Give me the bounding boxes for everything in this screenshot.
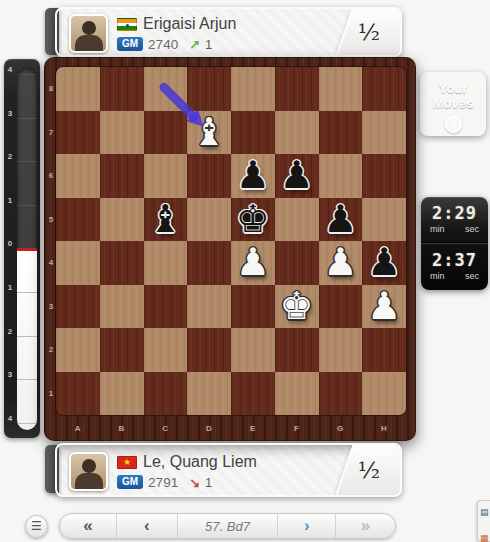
evaluation-bar: 432101234	[4, 59, 40, 438]
square-g2[interactable]	[319, 328, 363, 372]
top-clock-time: 2:29	[421, 203, 488, 223]
piece-white-pawn-g4[interactable]: ♟	[319, 241, 363, 285]
top-player-rating: 2740	[148, 37, 178, 52]
bottom-player-avatar	[69, 452, 108, 491]
clock-panel: 2:29 min sec 2:37 min sec	[421, 197, 488, 290]
square-g8[interactable]	[319, 67, 363, 111]
top-player-card: Erigaisi Arjun GM 2740 ↗ 1 ½	[55, 7, 402, 57]
square-d4[interactable]	[187, 241, 231, 285]
square-d8[interactable]	[187, 67, 231, 111]
square-b7[interactable]	[100, 111, 144, 155]
top-score-area: ½	[338, 9, 400, 55]
square-f5[interactable]	[275, 198, 319, 242]
vietnam-flag-icon: ★	[117, 456, 137, 469]
eval-tick	[17, 292, 37, 293]
square-a3[interactable]	[56, 285, 100, 329]
square-d3[interactable]	[187, 285, 231, 329]
piece-white-pawn-h3[interactable]: ♟	[362, 285, 406, 329]
evaluation-white-fill	[17, 251, 37, 430]
your-moves-label-line2: Moves	[420, 96, 486, 111]
square-a2[interactable]	[56, 328, 100, 372]
top-trend-value: 1	[205, 37, 212, 52]
board-icon[interactable]: ▦	[480, 534, 489, 542]
eval-tick	[17, 336, 37, 337]
square-h5[interactable]	[362, 198, 406, 242]
eval-scale-label: 4	[4, 65, 16, 74]
piece-black-pawn-e6[interactable]: ♟	[231, 154, 275, 198]
top-player-score: ½	[338, 9, 400, 55]
side-panel-strip: ▤ ▦	[477, 500, 490, 542]
eval-tick	[17, 205, 37, 206]
square-c4[interactable]	[144, 241, 188, 285]
bottom-player-rating: 2791	[148, 475, 178, 490]
bottom-clock-sec-label: sec	[465, 271, 479, 281]
bottom-trend-value: 1	[205, 475, 212, 490]
top-clock-min-label: min	[430, 224, 445, 234]
file-label-c: C	[144, 417, 188, 439]
square-b4[interactable]	[100, 241, 144, 285]
top-title-badge: GM	[117, 37, 143, 51]
file-label-f: F	[275, 417, 319, 439]
eval-scale-label: 3	[4, 109, 16, 118]
rank-label-7: 7	[46, 111, 56, 155]
top-player-clock: 2:29 min sec	[421, 197, 488, 243]
bottom-player-card: ★ Le, Quang Liem GM 2791 ↘ 1 ½	[55, 443, 402, 497]
prev-move-button[interactable]: ‹	[116, 514, 177, 538]
eval-tick	[17, 118, 37, 119]
square-c1[interactable]	[144, 372, 188, 416]
square-f4[interactable]	[275, 241, 319, 285]
rank-label-6: 6	[46, 154, 56, 198]
file-label-g: G	[319, 417, 363, 439]
square-c2[interactable]	[144, 328, 188, 372]
chess-board-frame: 87654321 ABCDEFGH ♝♟♟♝♚♟♟♟♟♚♟	[44, 57, 416, 441]
square-c3[interactable]	[144, 285, 188, 329]
rank-label-8: 8	[46, 67, 56, 111]
piece-black-pawn-h4[interactable]: ♟	[362, 241, 406, 285]
bottom-clock-time: 2:37	[421, 250, 488, 270]
eval-tick	[17, 74, 37, 75]
square-d5[interactable]	[187, 198, 231, 242]
square-g7[interactable]	[319, 111, 363, 155]
bottom-player-clock: 2:37 min sec	[421, 243, 488, 289]
last-move-button[interactable]: »	[335, 514, 395, 538]
prev-move-icon: ‹	[144, 517, 150, 536]
next-move-icon: ›	[304, 517, 310, 536]
file-label-b: B	[100, 417, 144, 439]
rank-label-2: 2	[46, 328, 56, 372]
top-player-avatar	[69, 14, 108, 53]
file-label-h: H	[362, 417, 406, 439]
square-h6[interactable]	[362, 154, 406, 198]
rank-label-3: 3	[46, 285, 56, 329]
last-move-icon: »	[361, 517, 370, 536]
trend-up-icon: ↗	[189, 37, 200, 52]
current-move-text: 57. Bd7	[205, 519, 250, 534]
square-a5[interactable]	[56, 198, 100, 242]
your-moves-label-line1: Your	[420, 81, 486, 96]
square-g6[interactable]	[319, 154, 363, 198]
square-c7[interactable]	[144, 111, 188, 155]
eval-scale-label: 0	[4, 239, 16, 248]
file-label-d: D	[187, 417, 231, 439]
next-move-button[interactable]: ›	[277, 514, 335, 538]
square-e7[interactable]	[231, 111, 275, 155]
square-d2[interactable]	[187, 328, 231, 372]
square-a7[interactable]	[56, 111, 100, 155]
rank-label-1: 1	[46, 372, 56, 416]
square-b1[interactable]	[100, 372, 144, 416]
top-clock-sec-label: sec	[465, 224, 479, 234]
first-move-icon: «	[83, 517, 92, 536]
square-e3[interactable]	[231, 285, 275, 329]
evaluation-marker	[17, 248, 37, 251]
bottom-player-name: Le, Quang Liem	[143, 453, 257, 471]
bottom-title-badge: GM	[117, 475, 143, 489]
square-c6[interactable]	[144, 154, 188, 198]
trend-down-icon: ↘	[189, 475, 200, 490]
square-a1[interactable]	[56, 372, 100, 416]
piece-white-pawn-e4[interactable]: ♟	[231, 241, 275, 285]
eval-tick	[17, 161, 37, 162]
eval-scale-label: 3	[4, 370, 16, 379]
square-h2[interactable]	[362, 328, 406, 372]
square-h7[interactable]	[362, 111, 406, 155]
piece-white-king-f3[interactable]: ♚	[275, 285, 319, 329]
square-c8[interactable]	[144, 67, 188, 111]
square-e1[interactable]	[231, 372, 275, 416]
your-moves-button[interactable]: Your Moves ?	[420, 72, 486, 136]
square-d1[interactable]	[187, 372, 231, 416]
square-d6[interactable]	[187, 154, 231, 198]
square-b6[interactable]	[100, 154, 144, 198]
bottom-score-area: ½	[338, 445, 400, 495]
square-b3[interactable]	[100, 285, 144, 329]
square-b2[interactable]	[100, 328, 144, 372]
square-h1[interactable]	[362, 372, 406, 416]
rank-label-4: 4	[46, 241, 56, 285]
evaluation-track	[17, 67, 37, 430]
square-a4[interactable]	[56, 241, 100, 285]
top-player-name: Erigaisi Arjun	[143, 15, 236, 33]
square-f2[interactable]	[275, 328, 319, 372]
square-h8[interactable]	[362, 67, 406, 111]
eval-scale-label: 1	[4, 283, 16, 292]
square-a6[interactable]	[56, 154, 100, 198]
menu-button[interactable]: ☰	[25, 515, 48, 538]
game-view: 432101234 Erigaisi Arjun GM 2740 ↗ 1 ½	[0, 0, 490, 542]
piece-black-king-e5[interactable]: ♚	[231, 198, 275, 242]
square-e2[interactable]	[231, 328, 275, 372]
square-b8[interactable]	[100, 67, 144, 111]
square-a8[interactable]	[56, 67, 100, 111]
rank-label-5: 5	[46, 198, 56, 242]
bottom-player-score: ½	[338, 445, 400, 495]
help-icon[interactable]: ?	[445, 116, 462, 133]
hamburger-icon: ☰	[31, 519, 42, 533]
list-icon[interactable]: ▤	[480, 508, 489, 517]
square-b5[interactable]	[100, 198, 144, 242]
eval-scale-label: 2	[4, 152, 16, 161]
piece-black-bishop-c5[interactable]: ♝	[144, 198, 188, 242]
india-flag-icon	[117, 18, 137, 31]
square-g1[interactable]	[319, 372, 363, 416]
square-f7[interactable]	[275, 111, 319, 155]
move-navigation: « ‹ 57. Bd7 › »	[59, 513, 396, 539]
piece-white-bishop-d7[interactable]: ♝	[187, 111, 231, 155]
square-e8[interactable]	[231, 67, 275, 111]
eval-scale-label: 4	[4, 414, 16, 423]
square-g3[interactable]	[319, 285, 363, 329]
file-label-e: E	[231, 417, 275, 439]
file-label-a: A	[56, 417, 100, 439]
square-f1[interactable]	[275, 372, 319, 416]
eval-tick	[17, 379, 37, 380]
first-move-button[interactable]: «	[60, 514, 116, 538]
piece-black-pawn-g5[interactable]: ♟	[319, 198, 363, 242]
eval-scale-label: 1	[4, 196, 16, 205]
piece-black-pawn-f6[interactable]: ♟	[275, 154, 319, 198]
bottom-clock-min-label: min	[430, 271, 445, 281]
eval-tick	[17, 423, 37, 424]
eval-scale-label: 2	[4, 327, 16, 336]
current-move-display: 57. Bd7	[177, 514, 278, 538]
square-f8[interactable]	[275, 67, 319, 111]
